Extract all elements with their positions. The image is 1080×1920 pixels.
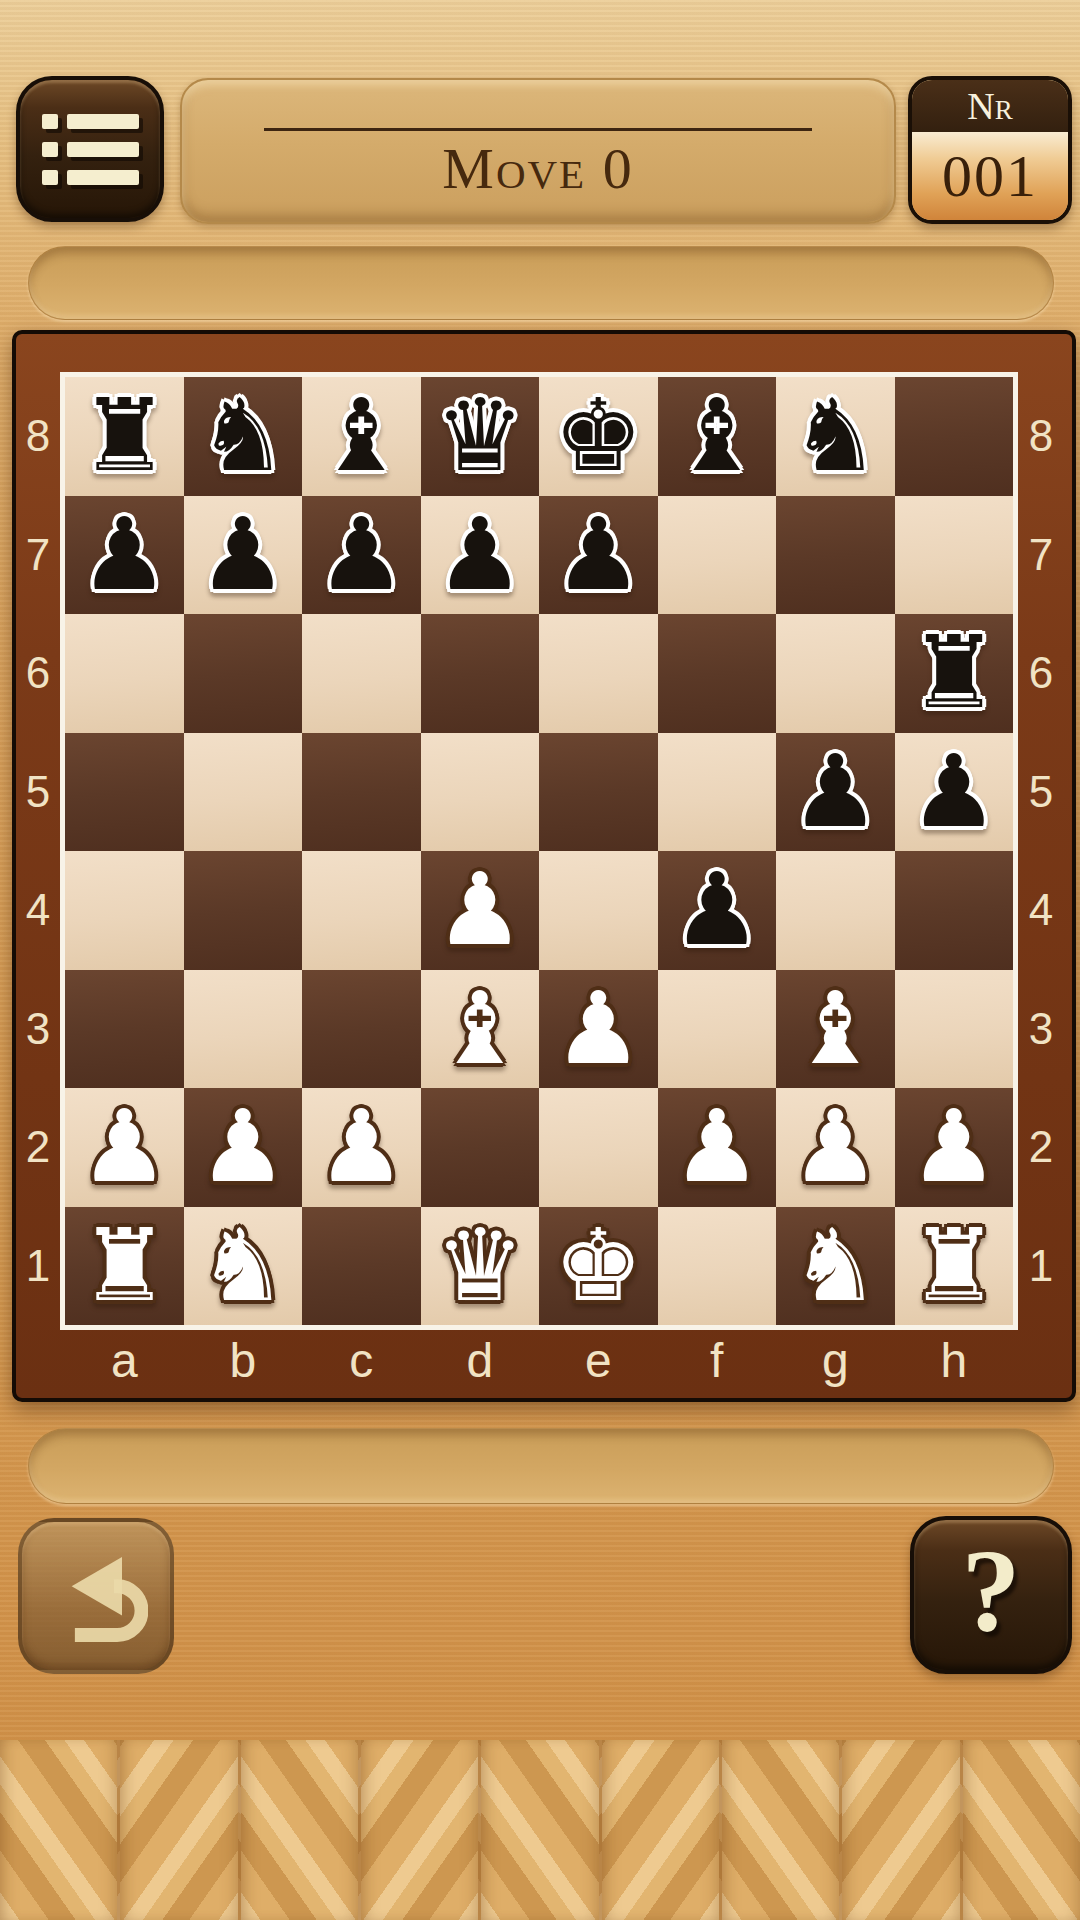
rank-label-2: 2 bbox=[1018, 1088, 1064, 1207]
chess-board[interactable]: 87654321 87654321 ♜♞♝♛♚♝♞♟♟♟♟♟♜♟♟♟♟♝♟♝♟♟… bbox=[12, 330, 1076, 1402]
square-h1[interactable]: ♜ bbox=[895, 1207, 1014, 1326]
message-bar-bottom bbox=[28, 1428, 1054, 1504]
square-b4[interactable] bbox=[184, 851, 303, 970]
file-label-g: g bbox=[776, 1334, 895, 1386]
piece-black-pawn: ♟ bbox=[435, 505, 525, 605]
move-number-body: 001 bbox=[912, 132, 1068, 220]
piece-black-knight: ♞ bbox=[198, 386, 288, 486]
piece-black-pawn: ♟ bbox=[198, 505, 288, 605]
piece-white-rook: ♜ bbox=[79, 1216, 169, 1316]
piece-black-pawn: ♟ bbox=[79, 505, 169, 605]
rank-label-7: 7 bbox=[1018, 496, 1064, 615]
square-c4[interactable] bbox=[302, 851, 421, 970]
move-status-text: Move 0 bbox=[442, 137, 633, 201]
file-label-b: b bbox=[184, 1334, 303, 1386]
file-label-e: e bbox=[539, 1334, 658, 1386]
rank-label-1: 1 bbox=[1018, 1207, 1064, 1326]
undo-button[interactable] bbox=[18, 1518, 174, 1674]
square-e3[interactable]: ♟ bbox=[539, 970, 658, 1089]
question-mark-icon: ? bbox=[962, 1532, 1021, 1650]
rank-labels-left: 87654321 bbox=[16, 377, 60, 1325]
move-number-value: 001 bbox=[942, 142, 1038, 211]
square-b8[interactable]: ♞ bbox=[184, 377, 303, 496]
square-c3[interactable] bbox=[302, 970, 421, 1089]
piece-white-pawn: ♟ bbox=[198, 1097, 288, 1197]
square-c8[interactable]: ♝ bbox=[302, 377, 421, 496]
rank-label-6: 6 bbox=[1018, 614, 1064, 733]
list-menu-icon bbox=[42, 114, 139, 185]
square-h8[interactable] bbox=[895, 377, 1014, 496]
square-a3[interactable] bbox=[65, 970, 184, 1089]
square-b7[interactable]: ♟ bbox=[184, 496, 303, 615]
square-h6[interactable]: ♜ bbox=[895, 614, 1014, 733]
square-d8[interactable]: ♛ bbox=[421, 377, 540, 496]
file-labels-bottom: abcdefgh bbox=[65, 1334, 1013, 1386]
move-number-label: Nr bbox=[967, 84, 1012, 128]
square-d5[interactable] bbox=[421, 733, 540, 852]
square-e4[interactable] bbox=[539, 851, 658, 970]
square-a1[interactable]: ♜ bbox=[65, 1207, 184, 1326]
square-g3[interactable]: ♝ bbox=[776, 970, 895, 1089]
board-playing-area: ♜♞♝♛♚♝♞♟♟♟♟♟♜♟♟♟♟♝♟♝♟♟♟♟♟♟♜♞♛♚♞♜ bbox=[60, 372, 1018, 1330]
square-c6[interactable] bbox=[302, 614, 421, 733]
rank-label-3: 3 bbox=[1018, 970, 1064, 1089]
rank-label-7: 7 bbox=[16, 496, 60, 615]
square-g5[interactable]: ♟ bbox=[776, 733, 895, 852]
square-c5[interactable] bbox=[302, 733, 421, 852]
square-h4[interactable] bbox=[895, 851, 1014, 970]
square-h2[interactable]: ♟ bbox=[895, 1088, 1014, 1207]
file-label-a: a bbox=[65, 1334, 184, 1386]
rank-label-4: 4 bbox=[1018, 851, 1064, 970]
square-d1[interactable]: ♛ bbox=[421, 1207, 540, 1326]
piece-white-pawn: ♟ bbox=[790, 1097, 880, 1197]
message-bar-top bbox=[28, 246, 1054, 320]
file-label-c: c bbox=[302, 1334, 421, 1386]
piece-white-pawn: ♟ bbox=[79, 1097, 169, 1197]
file-label-d: d bbox=[421, 1334, 540, 1386]
piece-white-bishop: ♝ bbox=[435, 979, 525, 1079]
piece-white-pawn: ♟ bbox=[672, 1097, 762, 1197]
chess-app-screen: Move 0 Nr 001 87654321 87654321 ♜♞♝♛♚♝♞♟… bbox=[0, 0, 1080, 1920]
piece-black-bishop: ♝ bbox=[672, 386, 762, 486]
rank-label-5: 5 bbox=[16, 733, 60, 852]
square-b3[interactable] bbox=[184, 970, 303, 1089]
file-label-f: f bbox=[658, 1334, 777, 1386]
rank-labels-right: 87654321 bbox=[1018, 377, 1064, 1325]
help-button[interactable]: ? bbox=[910, 1516, 1072, 1674]
piece-white-knight: ♞ bbox=[198, 1216, 288, 1316]
piece-white-queen: ♛ bbox=[435, 1216, 525, 1316]
square-a8[interactable]: ♜ bbox=[65, 377, 184, 496]
piece-black-rook: ♜ bbox=[79, 386, 169, 486]
title-divider bbox=[264, 128, 812, 131]
square-a7[interactable]: ♟ bbox=[65, 496, 184, 615]
rank-label-1: 1 bbox=[16, 1207, 60, 1326]
menu-button[interactable] bbox=[16, 76, 164, 222]
square-d7[interactable]: ♟ bbox=[421, 496, 540, 615]
squares-grid: ♜♞♝♛♚♝♞♟♟♟♟♟♜♟♟♟♟♝♟♝♟♟♟♟♟♟♜♞♛♚♞♜ bbox=[65, 377, 1013, 1325]
square-f7[interactable] bbox=[658, 496, 777, 615]
square-b6[interactable] bbox=[184, 614, 303, 733]
square-f2[interactable]: ♟ bbox=[658, 1088, 777, 1207]
square-h5[interactable]: ♟ bbox=[895, 733, 1014, 852]
square-f3[interactable] bbox=[658, 970, 777, 1089]
piece-white-knight: ♞ bbox=[790, 1216, 880, 1316]
rank-label-8: 8 bbox=[1018, 377, 1064, 496]
square-g4[interactable] bbox=[776, 851, 895, 970]
square-g2[interactable]: ♟ bbox=[776, 1088, 895, 1207]
piece-black-pawn: ♟ bbox=[672, 860, 762, 960]
square-d3[interactable]: ♝ bbox=[421, 970, 540, 1089]
square-f5[interactable] bbox=[658, 733, 777, 852]
rank-label-3: 3 bbox=[16, 970, 60, 1089]
square-a5[interactable] bbox=[65, 733, 184, 852]
square-f1[interactable] bbox=[658, 1207, 777, 1326]
undo-arrow-icon bbox=[44, 1544, 148, 1648]
piece-white-pawn: ♟ bbox=[553, 979, 643, 1079]
square-f8[interactable]: ♝ bbox=[658, 377, 777, 496]
square-b2[interactable]: ♟ bbox=[184, 1088, 303, 1207]
square-d4[interactable]: ♟ bbox=[421, 851, 540, 970]
square-h3[interactable] bbox=[895, 970, 1014, 1089]
rank-label-8: 8 bbox=[16, 377, 60, 496]
square-d6[interactable] bbox=[421, 614, 540, 733]
square-g8[interactable]: ♞ bbox=[776, 377, 895, 496]
square-f6[interactable] bbox=[658, 614, 777, 733]
piece-white-king: ♚ bbox=[553, 1216, 643, 1316]
piece-black-queen: ♛ bbox=[435, 386, 525, 486]
move-status-panel: Move 0 bbox=[180, 78, 896, 224]
square-e7[interactable]: ♟ bbox=[539, 496, 658, 615]
rank-label-5: 5 bbox=[1018, 733, 1064, 852]
square-b1[interactable]: ♞ bbox=[184, 1207, 303, 1326]
piece-black-pawn: ♟ bbox=[553, 505, 643, 605]
piece-black-pawn: ♟ bbox=[316, 505, 406, 605]
square-e6[interactable] bbox=[539, 614, 658, 733]
rank-label-2: 2 bbox=[16, 1088, 60, 1207]
square-c2[interactable]: ♟ bbox=[302, 1088, 421, 1207]
piece-black-king: ♚ bbox=[553, 386, 643, 486]
square-b5[interactable] bbox=[184, 733, 303, 852]
parquet-floor bbox=[0, 1740, 1080, 1920]
square-e8[interactable]: ♚ bbox=[539, 377, 658, 496]
move-number-header: Nr bbox=[912, 80, 1068, 132]
piece-black-rook: ♜ bbox=[909, 623, 999, 723]
piece-black-knight: ♞ bbox=[790, 386, 880, 486]
piece-white-pawn: ♟ bbox=[435, 860, 525, 960]
square-a6[interactable] bbox=[65, 614, 184, 733]
square-c7[interactable]: ♟ bbox=[302, 496, 421, 615]
square-f4[interactable]: ♟ bbox=[658, 851, 777, 970]
square-g7[interactable] bbox=[776, 496, 895, 615]
piece-white-rook: ♜ bbox=[909, 1216, 999, 1316]
square-e2[interactable] bbox=[539, 1088, 658, 1207]
square-c1[interactable] bbox=[302, 1207, 421, 1326]
square-g6[interactable] bbox=[776, 614, 895, 733]
move-number-panel: Nr 001 bbox=[908, 76, 1072, 224]
square-g1[interactable]: ♞ bbox=[776, 1207, 895, 1326]
rank-label-6: 6 bbox=[16, 614, 60, 733]
piece-black-pawn: ♟ bbox=[909, 742, 999, 842]
square-h7[interactable] bbox=[895, 496, 1014, 615]
piece-white-pawn: ♟ bbox=[316, 1097, 406, 1197]
piece-black-bishop: ♝ bbox=[316, 386, 406, 486]
square-d2[interactable] bbox=[421, 1088, 540, 1207]
file-label-h: h bbox=[895, 1334, 1014, 1386]
rank-label-4: 4 bbox=[16, 851, 60, 970]
piece-white-pawn: ♟ bbox=[909, 1097, 999, 1197]
piece-black-pawn: ♟ bbox=[790, 742, 880, 842]
piece-white-bishop: ♝ bbox=[790, 979, 880, 1079]
square-e1[interactable]: ♚ bbox=[539, 1207, 658, 1326]
square-a2[interactable]: ♟ bbox=[65, 1088, 184, 1207]
square-e5[interactable] bbox=[539, 733, 658, 852]
square-a4[interactable] bbox=[65, 851, 184, 970]
